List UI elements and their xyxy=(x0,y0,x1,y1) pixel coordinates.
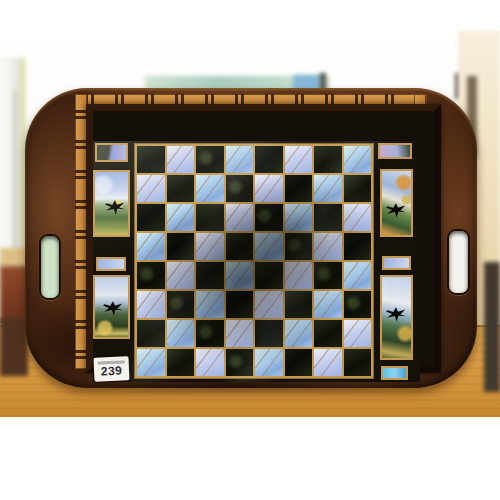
board-square xyxy=(314,233,342,260)
board-square xyxy=(285,291,313,318)
board-square xyxy=(137,233,165,260)
board-square xyxy=(255,146,283,173)
left-dark-furniture xyxy=(0,318,28,376)
board-square xyxy=(167,262,195,289)
board-square xyxy=(255,320,283,347)
board-square xyxy=(167,146,195,173)
board-square xyxy=(255,262,283,289)
board xyxy=(134,143,374,379)
board-square xyxy=(196,204,224,231)
right-handle-slot xyxy=(447,229,470,295)
board-square xyxy=(226,146,254,173)
board-square xyxy=(344,233,372,260)
board-square xyxy=(344,204,372,231)
board-square xyxy=(285,320,313,347)
board-square xyxy=(137,204,165,231)
board-square xyxy=(285,146,313,173)
board-square xyxy=(196,320,224,347)
right-dark-furniture xyxy=(484,262,500,392)
board-square xyxy=(285,262,313,289)
left-lower-landscape-picture xyxy=(93,275,130,339)
bird-silhouette-icon xyxy=(105,200,125,215)
board-square xyxy=(196,233,224,260)
bird-silhouette-icon xyxy=(386,203,406,218)
board-square xyxy=(344,146,372,173)
board-square xyxy=(226,175,254,202)
board-square xyxy=(344,291,372,318)
board-square xyxy=(285,349,313,376)
board-square xyxy=(255,233,283,260)
right-blue-wing-rectangle xyxy=(382,256,411,270)
board-square xyxy=(285,175,313,202)
board-square xyxy=(226,320,254,347)
left-blue-wing-rectangle xyxy=(96,257,126,271)
left-handle-slot xyxy=(39,234,61,300)
lot-number: 239 xyxy=(101,365,123,378)
board-square xyxy=(255,291,283,318)
board-square xyxy=(137,349,165,376)
bird-silhouette-icon xyxy=(103,301,123,316)
board-square xyxy=(137,262,165,289)
board-square xyxy=(196,146,224,173)
right-top-wing-rectangle xyxy=(378,143,412,159)
board-square xyxy=(167,349,195,376)
board-square xyxy=(255,349,283,376)
board-square xyxy=(344,320,372,347)
board-square xyxy=(285,204,313,231)
board-square xyxy=(196,175,224,202)
left-upper-landscape-picture xyxy=(93,170,130,237)
board-square xyxy=(226,262,254,289)
board-square xyxy=(314,146,342,173)
board-square xyxy=(255,175,283,202)
board-square xyxy=(137,146,165,173)
auction-lot-sticker: 239 xyxy=(93,356,129,382)
board-square xyxy=(344,349,372,376)
left-top-wing-rectangle xyxy=(95,143,128,162)
board-square xyxy=(167,204,195,231)
board-square xyxy=(255,204,283,231)
board-square xyxy=(314,262,342,289)
board-square xyxy=(167,320,195,347)
board-square xyxy=(196,262,224,289)
board-square xyxy=(314,204,342,231)
board-square xyxy=(314,349,342,376)
board-square xyxy=(167,291,195,318)
board-square xyxy=(137,291,165,318)
board-square xyxy=(196,291,224,318)
board-square xyxy=(314,291,342,318)
board-square xyxy=(137,175,165,202)
glass-panel xyxy=(93,141,420,382)
board-square xyxy=(226,204,254,231)
right-lower-landscape-picture xyxy=(380,275,413,360)
board-square xyxy=(226,233,254,260)
board-square xyxy=(196,349,224,376)
board-square xyxy=(137,320,165,347)
board-square xyxy=(344,175,372,202)
bird-silhouette-icon xyxy=(386,307,406,322)
board-square xyxy=(226,349,254,376)
board-square xyxy=(167,175,195,202)
board-square xyxy=(167,233,195,260)
board-square xyxy=(226,291,254,318)
right-upper-landscape-picture xyxy=(380,169,413,237)
board-square xyxy=(314,175,342,202)
board-square xyxy=(344,262,372,289)
board-square xyxy=(285,233,313,260)
photograph: 239 xyxy=(0,30,500,417)
screenshot: 239 xyxy=(0,0,500,500)
wooden-tray xyxy=(25,88,477,388)
board-square xyxy=(314,320,342,347)
right-bottom-wing-rectangle xyxy=(381,366,408,380)
